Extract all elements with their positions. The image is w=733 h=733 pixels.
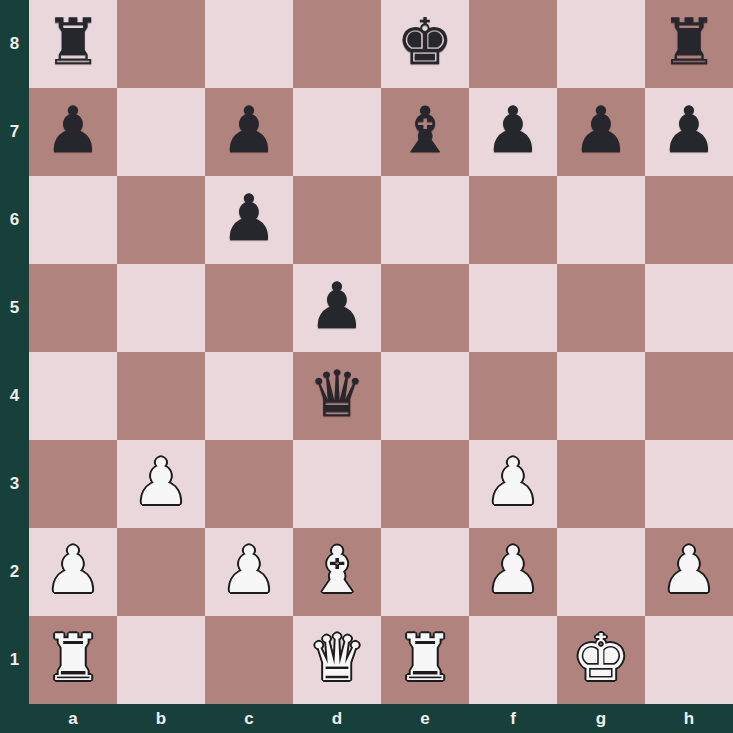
piece-black-pawn[interactable]: ♟: [220, 174, 277, 262]
piece-white-pawn[interactable]: ♟: [44, 526, 101, 614]
square-d6[interactable]: [293, 176, 381, 264]
square-b1[interactable]: [117, 616, 205, 704]
square-c5[interactable]: [205, 264, 293, 352]
square-a2[interactable]: ♟: [29, 528, 117, 616]
square-b2[interactable]: [117, 528, 205, 616]
rank-label-7: 7: [0, 88, 29, 176]
rank-labels: 87654321: [0, 0, 29, 704]
square-h6[interactable]: [645, 176, 733, 264]
piece-white-rook[interactable]: ♜: [44, 614, 101, 702]
piece-white-king[interactable]: ♚: [572, 614, 629, 702]
square-g8[interactable]: [557, 0, 645, 88]
rank-label-5: 5: [0, 264, 29, 352]
square-h1[interactable]: [645, 616, 733, 704]
piece-black-rook[interactable]: ♜: [44, 0, 101, 86]
square-e1[interactable]: ♜: [381, 616, 469, 704]
square-a7[interactable]: ♟: [29, 88, 117, 176]
square-g2[interactable]: [557, 528, 645, 616]
square-g1[interactable]: ♚: [557, 616, 645, 704]
square-b5[interactable]: [117, 264, 205, 352]
square-h3[interactable]: [645, 440, 733, 528]
square-g7[interactable]: ♟: [557, 88, 645, 176]
piece-white-pawn[interactable]: ♟: [220, 526, 277, 614]
piece-white-pawn[interactable]: ♟: [660, 526, 717, 614]
piece-white-pawn[interactable]: ♟: [132, 438, 189, 526]
square-d2[interactable]: ♝: [293, 528, 381, 616]
square-g6[interactable]: [557, 176, 645, 264]
piece-black-pawn[interactable]: ♟: [572, 86, 629, 174]
square-e4[interactable]: [381, 352, 469, 440]
file-label-g: g: [557, 704, 645, 733]
square-f8[interactable]: [469, 0, 557, 88]
file-label-h: h: [645, 704, 733, 733]
square-b6[interactable]: [117, 176, 205, 264]
square-b3[interactable]: ♟: [117, 440, 205, 528]
chess-board-frame: 87654321 ♜♚♜♟♟♝♟♟♟♟♟♛♟♟♟♟♝♟♟♜♛♜♚ abcdefg…: [0, 0, 733, 733]
square-f5[interactable]: [469, 264, 557, 352]
square-c8[interactable]: [205, 0, 293, 88]
square-a1[interactable]: ♜: [29, 616, 117, 704]
square-a5[interactable]: [29, 264, 117, 352]
file-label-d: d: [293, 704, 381, 733]
file-label-b: b: [117, 704, 205, 733]
square-d3[interactable]: [293, 440, 381, 528]
square-e3[interactable]: [381, 440, 469, 528]
square-a8[interactable]: ♜: [29, 0, 117, 88]
square-e8[interactable]: ♚: [381, 0, 469, 88]
square-h2[interactable]: ♟: [645, 528, 733, 616]
square-b8[interactable]: [117, 0, 205, 88]
square-e7[interactable]: ♝: [381, 88, 469, 176]
piece-black-king[interactable]: ♚: [396, 0, 453, 86]
square-a4[interactable]: [29, 352, 117, 440]
square-b4[interactable]: [117, 352, 205, 440]
file-labels: abcdefgh: [29, 704, 733, 733]
chess-board: ♜♚♜♟♟♝♟♟♟♟♟♛♟♟♟♟♝♟♟♜♛♜♚: [29, 0, 733, 704]
piece-white-rook[interactable]: ♜: [396, 614, 453, 702]
piece-white-bishop[interactable]: ♝: [308, 526, 365, 614]
square-f4[interactable]: [469, 352, 557, 440]
rank-label-4: 4: [0, 352, 29, 440]
square-h4[interactable]: [645, 352, 733, 440]
square-g3[interactable]: [557, 440, 645, 528]
file-label-c: c: [205, 704, 293, 733]
square-c4[interactable]: [205, 352, 293, 440]
square-a6[interactable]: [29, 176, 117, 264]
square-d4[interactable]: ♛: [293, 352, 381, 440]
piece-white-pawn[interactable]: ♟: [484, 438, 541, 526]
square-e5[interactable]: [381, 264, 469, 352]
piece-white-queen[interactable]: ♛: [308, 614, 365, 702]
square-f2[interactable]: ♟: [469, 528, 557, 616]
square-d7[interactable]: [293, 88, 381, 176]
square-c3[interactable]: [205, 440, 293, 528]
piece-black-pawn[interactable]: ♟: [44, 86, 101, 174]
piece-black-pawn[interactable]: ♟: [220, 86, 277, 174]
square-e6[interactable]: [381, 176, 469, 264]
square-c2[interactable]: ♟: [205, 528, 293, 616]
rank-label-3: 3: [0, 440, 29, 528]
square-d5[interactable]: ♟: [293, 264, 381, 352]
file-label-e: e: [381, 704, 469, 733]
piece-black-pawn[interactable]: ♟: [308, 262, 365, 350]
rank-label-2: 2: [0, 528, 29, 616]
square-d8[interactable]: [293, 0, 381, 88]
square-f1[interactable]: [469, 616, 557, 704]
square-f3[interactable]: ♟: [469, 440, 557, 528]
file-label-f: f: [469, 704, 557, 733]
piece-black-pawn[interactable]: ♟: [660, 86, 717, 174]
square-a3[interactable]: [29, 440, 117, 528]
square-b7[interactable]: [117, 88, 205, 176]
piece-black-rook[interactable]: ♜: [660, 0, 717, 86]
square-c7[interactable]: ♟: [205, 88, 293, 176]
square-c6[interactable]: ♟: [205, 176, 293, 264]
rank-label-1: 1: [0, 616, 29, 704]
rank-label-8: 8: [0, 0, 29, 88]
square-f7[interactable]: ♟: [469, 88, 557, 176]
square-f6[interactable]: [469, 176, 557, 264]
square-h7[interactable]: ♟: [645, 88, 733, 176]
piece-black-pawn[interactable]: ♟: [484, 86, 541, 174]
square-e2[interactable]: [381, 528, 469, 616]
file-label-a: a: [29, 704, 117, 733]
piece-white-pawn[interactable]: ♟: [484, 526, 541, 614]
square-h5[interactable]: [645, 264, 733, 352]
square-g4[interactable]: [557, 352, 645, 440]
square-h8[interactable]: ♜: [645, 0, 733, 88]
piece-black-queen[interactable]: ♛: [308, 350, 365, 438]
square-g5[interactable]: [557, 264, 645, 352]
square-d1[interactable]: ♛: [293, 616, 381, 704]
rank-label-6: 6: [0, 176, 29, 264]
square-c1[interactable]: [205, 616, 293, 704]
piece-black-bishop[interactable]: ♝: [396, 86, 453, 174]
